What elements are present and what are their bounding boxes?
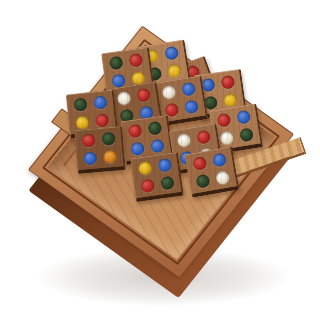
white-dot	[215, 170, 230, 185]
blue-dot	[93, 96, 107, 110]
green-dot	[109, 56, 124, 71]
white-dot	[161, 85, 176, 100]
red-dot	[128, 124, 143, 139]
green-dot	[195, 173, 210, 188]
green-dot	[160, 175, 175, 190]
red-dot	[129, 53, 144, 68]
puzzle-tile-T8[interactable]	[74, 126, 126, 174]
yellow-dot	[75, 115, 89, 129]
green-dot	[73, 98, 87, 112]
green-dot	[148, 121, 163, 136]
white-dot	[219, 130, 234, 145]
puzzle-tile-T12[interactable]	[130, 152, 184, 202]
yellow-dot	[223, 92, 238, 107]
red-dot	[221, 75, 236, 90]
blue-dot	[237, 110, 252, 125]
green-dot	[102, 132, 116, 146]
red-dot	[137, 88, 152, 103]
white-dot	[116, 91, 131, 106]
blue-dot	[150, 138, 165, 153]
yellow-dot	[138, 161, 153, 176]
green-dot	[239, 127, 254, 142]
white-dot	[176, 133, 191, 148]
blue-dot	[184, 99, 199, 114]
blue-dot	[212, 153, 227, 168]
red-dot	[95, 113, 109, 127]
blue-dot	[130, 141, 145, 156]
red-dot	[192, 156, 207, 171]
red-dot	[197, 130, 212, 145]
orange-dot	[103, 149, 117, 163]
red-dot	[81, 134, 95, 148]
product-photo-scene	[0, 0, 320, 320]
red-dot	[140, 178, 155, 193]
blue-dot	[165, 46, 180, 61]
red-dot	[216, 113, 231, 128]
yellow-dot	[167, 63, 182, 78]
blue-dot	[158, 158, 173, 173]
blue-dot	[182, 82, 197, 97]
puzzle-tile-T13[interactable]	[185, 146, 240, 198]
blue-dot	[83, 151, 97, 165]
